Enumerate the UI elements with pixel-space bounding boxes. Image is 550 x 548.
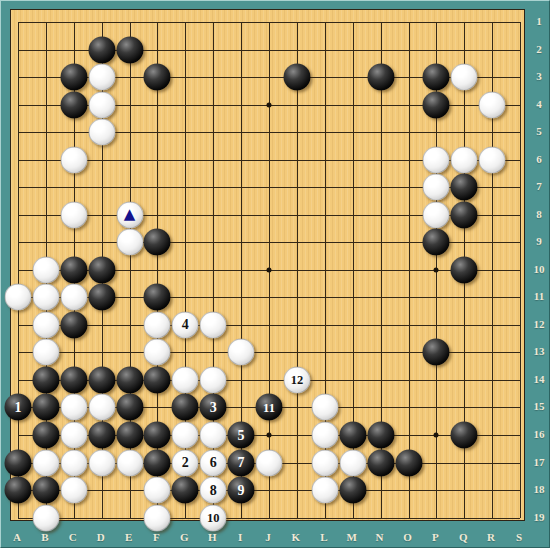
col-label-R: R [487, 531, 495, 543]
row-label-17: 17 [534, 456, 545, 468]
stone-F3[interactable] [144, 64, 171, 91]
stone-F18[interactable] [144, 477, 171, 504]
move-number: 6 [210, 456, 217, 470]
move-number: 1 [15, 400, 22, 414]
move-number: 7 [238, 456, 245, 470]
row-label-6: 6 [536, 153, 542, 165]
move-number: 5 [238, 428, 245, 442]
stone-D10[interactable] [88, 256, 115, 283]
stone-B18[interactable] [32, 477, 59, 504]
stone-F9[interactable] [144, 229, 171, 256]
stone-G16[interactable] [172, 422, 199, 449]
stone-B10[interactable] [32, 256, 59, 283]
stone-B17[interactable] [32, 449, 59, 476]
stone-C12[interactable] [60, 311, 87, 338]
stone-C14[interactable] [60, 366, 87, 393]
col-label-A: A [13, 531, 21, 543]
row-labels: 12345678910111213141516171819 [525, 1, 550, 548]
stone-G17[interactable]: 2 [172, 449, 199, 476]
stone-H17[interactable]: 6 [200, 449, 227, 476]
stone-C16[interactable] [60, 422, 87, 449]
col-label-I: I [238, 531, 242, 543]
stone-H16[interactable] [200, 422, 227, 449]
row-label-7: 7 [536, 180, 542, 192]
stone-B16[interactable] [32, 422, 59, 449]
col-label-B: B [41, 531, 48, 543]
stone-L16[interactable] [311, 422, 338, 449]
stone-Q7[interactable] [451, 174, 478, 201]
col-label-L: L [320, 531, 327, 543]
stone-E14[interactable] [116, 366, 143, 393]
stone-C11[interactable] [60, 284, 87, 311]
stone-K14[interactable]: 12 [283, 366, 310, 393]
stone-A18[interactable] [5, 477, 32, 504]
stone-A15[interactable]: 1 [5, 394, 32, 421]
col-label-C: C [69, 531, 77, 543]
stone-G14[interactable] [172, 366, 199, 393]
stone-D2[interactable] [88, 36, 115, 63]
go-board[interactable]: ▲412131152678910 [10, 9, 525, 521]
stone-G15[interactable] [172, 394, 199, 421]
stone-E15[interactable] [116, 394, 143, 421]
stone-O17[interactable] [395, 449, 422, 476]
stone-Q16[interactable] [451, 422, 478, 449]
column-labels: ABCDEFGHIJKLMNOPQRS [1, 523, 550, 548]
row-label-3: 3 [536, 70, 542, 82]
stone-L15[interactable] [311, 394, 338, 421]
stone-F17[interactable] [144, 449, 171, 476]
stone-B13[interactable] [32, 339, 59, 366]
stone-G12[interactable]: 4 [172, 311, 199, 338]
stone-B14[interactable] [32, 366, 59, 393]
stone-D11[interactable] [88, 284, 115, 311]
stone-P6[interactable] [423, 146, 450, 173]
stone-F12[interactable] [144, 311, 171, 338]
stone-E2[interactable] [116, 36, 143, 63]
stone-E9[interactable] [116, 229, 143, 256]
stone-C15[interactable] [60, 394, 87, 421]
stone-P4[interactable] [423, 91, 450, 118]
grid-line-vertical [409, 22, 410, 518]
stone-A11[interactable] [5, 284, 32, 311]
col-label-N: N [376, 531, 384, 543]
move-number: 10 [207, 511, 220, 524]
stone-P13[interactable] [423, 339, 450, 366]
stone-E8[interactable]: ▲ [116, 201, 143, 228]
stone-Q8[interactable] [451, 201, 478, 228]
stone-P9[interactable] [423, 229, 450, 256]
stone-D3[interactable] [88, 64, 115, 91]
stone-P7[interactable] [423, 174, 450, 201]
stone-Q10[interactable] [451, 256, 478, 283]
stone-D14[interactable] [88, 366, 115, 393]
stone-N3[interactable] [367, 64, 394, 91]
row-label-15: 15 [534, 400, 545, 412]
col-label-H: H [208, 531, 217, 543]
stone-L18[interactable] [311, 477, 338, 504]
row-label-14: 14 [534, 373, 545, 385]
stone-J17[interactable] [256, 449, 283, 476]
star-point-P10 [434, 267, 439, 272]
col-label-O: O [403, 531, 412, 543]
stone-N17[interactable] [367, 449, 394, 476]
row-label-11: 11 [534, 290, 544, 302]
stone-K3[interactable] [283, 64, 310, 91]
col-label-J: J [265, 531, 271, 543]
stone-H18[interactable]: 8 [200, 477, 227, 504]
row-label-13: 13 [534, 345, 545, 357]
move-number: 3 [210, 400, 217, 414]
stone-D16[interactable] [88, 422, 115, 449]
stone-R6[interactable] [479, 146, 506, 173]
col-label-E: E [125, 531, 132, 543]
stone-F14[interactable] [144, 366, 171, 393]
stone-M18[interactable] [339, 477, 366, 504]
star-point-J16 [267, 433, 272, 438]
stone-D17[interactable] [88, 449, 115, 476]
stone-E16[interactable] [116, 422, 143, 449]
row-label-18: 18 [534, 483, 545, 495]
stone-L17[interactable] [311, 449, 338, 476]
go-app-frame: ▲412131152678910 ABCDEFGHIJKLMNOPQRS 123… [0, 0, 550, 548]
stone-F11[interactable] [144, 284, 171, 311]
row-label-12: 12 [534, 318, 545, 330]
col-label-D: D [97, 531, 105, 543]
move-number: 2 [182, 456, 189, 470]
stone-Q3[interactable] [451, 64, 478, 91]
col-label-F: F [153, 531, 160, 543]
move-number: 9 [238, 483, 245, 497]
stone-P3[interactable] [423, 64, 450, 91]
stone-C6[interactable] [60, 146, 87, 173]
col-label-S: S [516, 531, 522, 543]
col-label-K: K [292, 531, 301, 543]
stone-N16[interactable] [367, 422, 394, 449]
grid-line-vertical [297, 22, 298, 518]
row-label-9: 9 [536, 235, 542, 247]
stone-C17[interactable] [60, 449, 87, 476]
grid-line-horizontal [18, 490, 520, 491]
stone-I16[interactable]: 5 [228, 422, 255, 449]
stone-C18[interactable] [60, 477, 87, 504]
stone-C4[interactable] [60, 91, 87, 118]
move-number: 12 [291, 374, 304, 387]
stone-I17[interactable]: 7 [228, 449, 255, 476]
stone-D4[interactable] [88, 91, 115, 118]
stone-B12[interactable] [32, 311, 59, 338]
stone-R4[interactable] [479, 91, 506, 118]
grid-line-vertical [520, 22, 521, 518]
stone-J15[interactable]: 11 [256, 394, 283, 421]
stone-G18[interactable] [172, 477, 199, 504]
stone-H14[interactable] [200, 366, 227, 393]
col-label-P: P [432, 531, 439, 543]
row-label-1: 1 [536, 15, 542, 27]
row-label-10: 10 [534, 263, 545, 275]
row-label-5: 5 [536, 125, 542, 137]
row-label-8: 8 [536, 208, 542, 220]
star-point-P16 [434, 433, 439, 438]
stone-I18[interactable]: 9 [228, 477, 255, 504]
grid-line-horizontal [18, 518, 520, 519]
row-label-4: 4 [536, 98, 542, 110]
stone-B11[interactable] [32, 284, 59, 311]
row-label-2: 2 [536, 43, 542, 55]
stone-Q6[interactable] [451, 146, 478, 173]
stone-D15[interactable] [88, 394, 115, 421]
stone-E17[interactable] [116, 449, 143, 476]
stone-A17[interactable] [5, 449, 32, 476]
move-number: 8 [210, 483, 217, 497]
stone-H12[interactable] [200, 311, 227, 338]
stone-F16[interactable] [144, 422, 171, 449]
stone-H15[interactable]: 3 [200, 394, 227, 421]
stone-M16[interactable] [339, 422, 366, 449]
col-label-M: M [346, 531, 356, 543]
row-label-19: 19 [534, 511, 545, 523]
col-label-G: G [180, 531, 189, 543]
stone-C3[interactable] [60, 64, 87, 91]
stone-B15[interactable] [32, 394, 59, 421]
move-number: 11 [263, 401, 275, 414]
row-label-16: 16 [534, 428, 545, 440]
move-number: 4 [182, 318, 189, 332]
stone-D5[interactable] [88, 119, 115, 146]
stone-P8[interactable] [423, 201, 450, 228]
star-point-J4 [267, 102, 272, 107]
star-point-J10 [267, 267, 272, 272]
grid-line-horizontal [18, 325, 520, 326]
col-label-Q: Q [459, 531, 468, 543]
stone-C8[interactable] [60, 201, 87, 228]
stone-M17[interactable] [339, 449, 366, 476]
stone-C10[interactable] [60, 256, 87, 283]
stone-I13[interactable] [228, 339, 255, 366]
triangle-marker: ▲ [124, 206, 136, 221]
stone-F13[interactable] [144, 339, 171, 366]
